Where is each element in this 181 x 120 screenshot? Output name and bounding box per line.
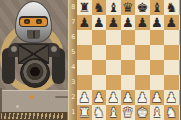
black-pawn[interactable]: ♟ [77, 15, 92, 30]
square-e7[interactable]: ♟ [135, 15, 150, 30]
status-dot-icon [30, 95, 34, 99]
logo-strip [0, 112, 67, 120]
white-pawn[interactable]: ♟ [135, 90, 150, 105]
square-d6[interactable] [121, 30, 136, 45]
black-pawn[interactable]: ♟ [135, 15, 150, 30]
white-pawn[interactable]: ♟ [164, 90, 179, 105]
white-pawn[interactable]: ♟ [150, 90, 165, 105]
panel-lower-section [0, 90, 68, 112]
square-h7[interactable]: ♟ [179, 15, 181, 30]
white-pawn[interactable]: ♟ [121, 90, 136, 105]
square-e4[interactable] [135, 60, 150, 75]
square-a1[interactable]: ♜ [77, 105, 92, 120]
decorative-dot-icon [16, 105, 19, 108]
panel-edge-shadow [0, 88, 2, 112]
white-knight[interactable]: ♞ [164, 105, 179, 120]
rank-label-6: 6 [69, 30, 77, 45]
square-f2[interactable]: ♟ [150, 90, 165, 105]
rank-label-4: 4 [69, 60, 77, 75]
black-pawn[interactable]: ♟ [121, 15, 136, 30]
robot-shoulder-bolt-right [50, 45, 58, 53]
square-b2[interactable]: ♟ [92, 90, 107, 105]
square-c1[interactable]: ♝ [106, 105, 121, 120]
black-queen[interactable]: ♛ [121, 0, 136, 15]
robot-visor-band [20, 18, 47, 26]
square-d3[interactable] [121, 75, 136, 90]
square-e6[interactable] [135, 30, 150, 45]
robot-shoulder-bolt-left [10, 45, 18, 53]
rank-label-8: 8 [69, 0, 77, 15]
square-a8[interactable]: ♜ [77, 0, 92, 15]
square-c4[interactable] [106, 60, 121, 75]
robot-eye-left-icon [24, 19, 30, 24]
square-f3[interactable] [150, 75, 165, 90]
square-c2[interactable]: ♟ [106, 90, 121, 105]
white-bishop[interactable]: ♝ [106, 105, 121, 120]
black-king[interactable]: ♚ [135, 0, 150, 15]
square-a7[interactable]: ♟ [77, 15, 92, 30]
black-pawn[interactable]: ♟ [164, 15, 179, 30]
white-pawn[interactable]: ♟ [179, 90, 181, 105]
black-rook[interactable]: ♜ [77, 0, 92, 15]
rank-label-5: 5 [69, 45, 77, 60]
square-d2[interactable]: ♟ [121, 90, 136, 105]
white-bishop[interactable]: ♝ [150, 105, 165, 120]
square-g1[interactable]: ♞ [164, 105, 179, 120]
square-c5[interactable] [106, 45, 121, 60]
white-rook[interactable]: ♜ [77, 105, 92, 120]
square-b6[interactable] [92, 30, 107, 45]
white-pawn[interactable]: ♟ [77, 90, 92, 105]
square-f8[interactable]: ♝ [150, 0, 165, 15]
black-pawn[interactable]: ♟ [106, 15, 121, 30]
square-b3[interactable] [92, 75, 107, 90]
robot-chest-hub [20, 58, 50, 88]
square-h1[interactable]: ♜ [179, 105, 181, 120]
square-g7[interactable]: ♟ [164, 15, 179, 30]
square-f1[interactable]: ♝ [150, 105, 165, 120]
square-d4[interactable] [121, 60, 136, 75]
square-d1[interactable]: ♛ [121, 105, 136, 120]
square-e2[interactable]: ♟ [135, 90, 150, 105]
chess-board[interactable]: ♜♞♝♛♚♝♞♜♟♟♟♟♟♟♟♟♟♟♟♟♟♟♟♟♜♞♝♛♚♝♞♜ [77, 0, 180, 120]
square-f6[interactable] [150, 30, 165, 45]
square-a6[interactable] [77, 30, 92, 45]
square-d8[interactable]: ♛ [121, 0, 136, 15]
square-b4[interactable] [92, 60, 107, 75]
square-a2[interactable]: ♟ [77, 90, 92, 105]
square-g5[interactable] [164, 45, 179, 60]
black-rook[interactable]: ♜ [179, 0, 181, 15]
square-e5[interactable] [135, 45, 150, 60]
square-g4[interactable] [164, 60, 179, 75]
square-f4[interactable] [150, 60, 165, 75]
rank-label-3: 3 [69, 75, 77, 90]
rank-label-7: 7 [69, 15, 77, 30]
square-b8[interactable]: ♞ [92, 0, 107, 15]
square-g3[interactable] [164, 75, 179, 90]
square-e3[interactable] [135, 75, 150, 90]
white-pawn[interactable]: ♟ [106, 90, 121, 105]
square-b7[interactable]: ♟ [92, 15, 107, 30]
square-b5[interactable] [92, 45, 107, 60]
square-h8[interactable]: ♜ [179, 0, 181, 15]
black-pawn[interactable]: ♟ [179, 15, 181, 30]
square-h3[interactable] [179, 75, 181, 90]
square-h6[interactable] [179, 30, 181, 45]
black-pawn[interactable]: ♟ [92, 15, 107, 30]
white-rook[interactable]: ♜ [179, 105, 181, 120]
square-e1[interactable]: ♚ [135, 105, 150, 120]
square-e8[interactable]: ♚ [135, 0, 150, 15]
black-knight[interactable]: ♞ [164, 0, 179, 15]
square-a3[interactable] [77, 75, 92, 90]
white-pawn[interactable]: ♟ [92, 90, 107, 105]
square-f5[interactable] [150, 45, 165, 60]
white-queen[interactable]: ♛ [121, 105, 136, 120]
white-knight[interactable]: ♞ [92, 105, 107, 120]
black-bishop[interactable]: ♝ [106, 0, 121, 15]
square-g2[interactable]: ♟ [164, 90, 179, 105]
square-d7[interactable]: ♟ [121, 15, 136, 30]
logo-script-text [1, 113, 65, 119]
robot-chin [27, 30, 40, 39]
square-d5[interactable] [121, 45, 136, 60]
square-c3[interactable] [106, 75, 121, 90]
game-screen: 87654321 ♜♞♝♛♚♝♞♜♟♟♟♟♟♟♟♟♟♟♟♟♟♟♟♟♜♞♝♛♚♝♞… [0, 0, 180, 120]
square-f7[interactable]: ♟ [150, 15, 165, 30]
white-king[interactable]: ♚ [135, 105, 150, 120]
square-g8[interactable]: ♞ [164, 0, 179, 15]
fine-print-text [55, 96, 68, 99]
square-h4[interactable] [179, 60, 181, 75]
rank-coordinates: 87654321 [68, 0, 77, 120]
robot-visor [19, 16, 48, 27]
rank-label-1: 1 [69, 105, 77, 120]
black-pawn[interactable]: ♟ [150, 15, 165, 30]
square-c8[interactable]: ♝ [106, 0, 121, 15]
square-h2[interactable]: ♟ [179, 90, 181, 105]
square-b1[interactable]: ♞ [92, 105, 107, 120]
square-h5[interactable] [179, 45, 181, 60]
black-knight[interactable]: ♞ [92, 0, 107, 15]
square-a5[interactable] [77, 45, 92, 60]
square-c7[interactable]: ♟ [106, 15, 121, 30]
square-a4[interactable] [77, 60, 92, 75]
square-g6[interactable] [164, 30, 179, 45]
robot-eye-right-icon [36, 19, 42, 24]
black-bishop[interactable]: ♝ [150, 0, 165, 15]
square-c6[interactable] [106, 30, 121, 45]
opponent-panel [0, 0, 68, 120]
rank-label-2: 2 [69, 90, 77, 105]
